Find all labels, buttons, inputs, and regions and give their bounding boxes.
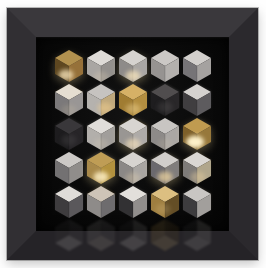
cube-silver-svg (183, 186, 211, 218)
cube-r3c3-silver (119, 118, 147, 150)
cube-r5c1-silver (55, 186, 83, 218)
cube-silver-svg (183, 152, 211, 184)
cube-gold-svg (87, 152, 115, 184)
cube-r3c5-gold (183, 118, 211, 150)
cube-reflection (119, 219, 147, 251)
cube-silver-svg (119, 186, 147, 218)
cube-r2c1-silver (55, 84, 83, 116)
cube-r2c5-silver (183, 84, 211, 116)
cube-silver-svg (151, 118, 179, 150)
cube-silver-svg (55, 186, 83, 218)
cube-r4c3-silver (119, 152, 147, 184)
cube-silver-svg (151, 50, 179, 82)
product-photo-background (0, 0, 266, 268)
cube-r4c4-silver (151, 152, 179, 184)
cube-silver-svg (151, 152, 179, 184)
cube-r5c4-gold (151, 186, 179, 218)
cube-reflection (183, 219, 211, 251)
cube-r3c1-dark (55, 118, 83, 150)
cube-silver-svg (87, 186, 115, 218)
cube-silver-svg (183, 84, 211, 116)
cube-reflection (55, 219, 83, 251)
cube-dark-svg (151, 84, 179, 116)
picture-frame (7, 8, 258, 260)
cube-silver-svg (119, 152, 147, 184)
cube-r4c1-silver (55, 152, 83, 184)
cube-r1c5-silver (183, 50, 211, 82)
cube-r5c5-silver (183, 186, 211, 218)
cube-r3c2-silver (87, 118, 115, 150)
cube-silver-svg (55, 84, 83, 116)
cube-gold-svg (119, 84, 147, 116)
cube-r1c3-silver (119, 50, 147, 82)
cube-gold-svg (151, 186, 179, 218)
cube-r3c4-silver (151, 118, 179, 150)
cube-gold-svg (183, 118, 211, 150)
cube-r5c2-silver (87, 186, 115, 218)
cube-silver-svg (87, 84, 115, 116)
cube-r2c4-dark (151, 84, 179, 116)
cube-r4c5-silver (183, 152, 211, 184)
cube-r1c4-silver (151, 50, 179, 82)
cube-r2c2-silver (87, 84, 115, 116)
cube-silver-svg (119, 50, 147, 82)
cube-r4c2-gold (87, 152, 115, 184)
cube-silver-svg (87, 50, 115, 82)
cube-dark-svg (55, 118, 83, 150)
cube-gold-svg (55, 50, 83, 82)
cube-r1c1-gold (55, 50, 83, 82)
black-mount-panel (36, 37, 229, 231)
cube-reflection (151, 219, 179, 251)
cube-silver-svg (87, 118, 115, 150)
cube-silver-svg (55, 152, 83, 184)
cube-r5c3-silver (119, 186, 147, 218)
cube-silver-svg (119, 118, 147, 150)
cube-r1c2-silver (87, 50, 115, 82)
cube-reflection (87, 219, 115, 251)
cube-silver-svg (183, 50, 211, 82)
cube-r2c3-gold (119, 84, 147, 116)
cube-grid (55, 50, 211, 218)
